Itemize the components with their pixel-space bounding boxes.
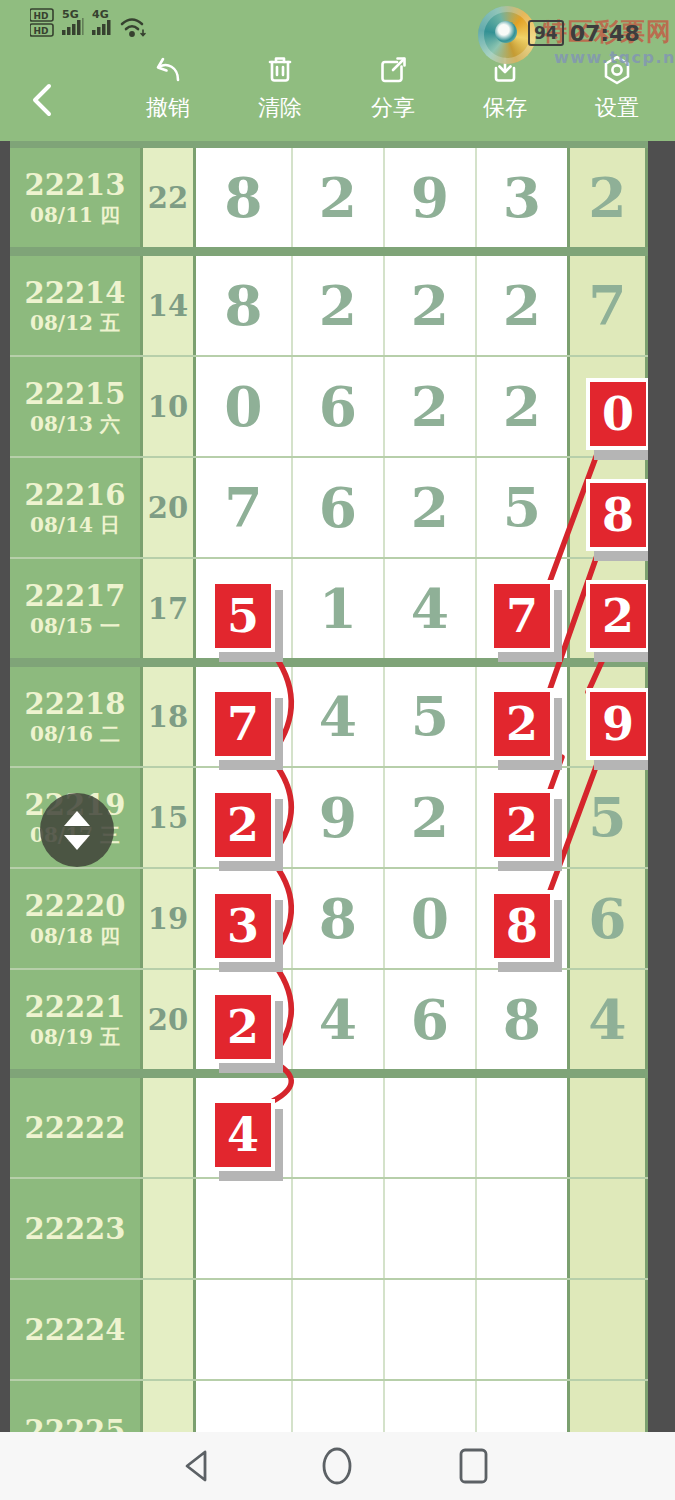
issue-cell: 2221308/11 四 [10,148,143,247]
digit-cell[interactable]: 8 [196,148,293,247]
sum-cell: 20 [143,458,196,557]
svg-text:HD: HD [34,11,49,21]
digit-cell[interactable]: 4 [293,970,385,1069]
draw-date: 08/15 一 [30,613,120,639]
issue-number: 22218 [25,687,126,721]
chart-row: 2222108/19 五204684 [10,970,648,1078]
digit-cell[interactable] [477,768,570,867]
save-icon [485,50,525,90]
draw-date: 08/18 四 [30,923,120,949]
page-gutter-left [0,141,10,1432]
chart-row: 2221608/14 日207625 [10,458,648,559]
undo-button[interactable]: 撤销 [123,50,213,120]
issue-number: 22215 [25,377,126,411]
digit-cell[interactable]: 2 [570,148,648,247]
draw-date: 08/13 六 [30,411,120,437]
digit-cell[interactable]: 2 [385,768,477,867]
issue-number: 22213 [25,168,126,202]
draw-date: 08/11 四 [30,202,120,228]
digit-cell[interactable] [570,1078,648,1177]
scroll-down-icon [64,835,90,850]
scroll-up-icon [64,811,90,826]
chevron-left-icon [35,86,49,114]
sum-cell: 19 [143,869,196,968]
digit-cell[interactable]: 7 [570,256,648,355]
issue-cell: 2221408/12 五 [10,256,143,355]
app-screen: HD HD 5G 4G [0,0,675,1500]
digit-cell[interactable]: 2 [477,256,570,355]
sum-cell [143,1078,196,1177]
nav-home-button[interactable] [315,1444,359,1488]
digit-cell[interactable] [196,1179,293,1278]
digit-cell[interactable] [477,559,570,658]
digit-cell[interactable]: 3 [477,148,570,247]
digit-cell[interactable] [477,1179,570,1278]
digit-cell[interactable] [293,1179,385,1278]
digit-cell[interactable] [570,1280,648,1379]
status-bar: HD HD 5G 4G [0,0,675,40]
chart-row: 2221508/13 六100622 [10,357,648,458]
digit-cell[interactable]: 2 [293,256,385,355]
chart-row: 2221708/15 一1714 [10,559,648,667]
issue-number: 22221 [25,990,126,1024]
clear-button[interactable]: 清除 [235,50,325,120]
digit-cell[interactable] [196,1381,293,1439]
toolbar-label: 设置 [595,96,639,120]
digit-cell[interactable]: 2 [385,458,477,557]
sum-cell [143,1381,196,1439]
digit-cell[interactable] [385,1078,477,1177]
digit-cell[interactable]: 0 [196,357,293,456]
wifi-icon [122,20,145,36]
issue-number: 22220 [25,889,126,923]
sum-cell: 17 [143,559,196,658]
digit-cell[interactable] [196,559,293,658]
digit-cell[interactable] [293,1280,385,1379]
digit-cell[interactable]: 4 [293,667,385,766]
toolbar-label: 分享 [371,96,415,120]
digit-cell[interactable]: 8 [477,970,570,1069]
digit-cell[interactable] [293,1381,385,1439]
digit-cell[interactable]: 9 [385,148,477,247]
digit-cell[interactable] [196,869,293,968]
sum-cell [143,1179,196,1278]
svg-text:HD: HD [34,26,49,36]
chart-row: 22225 [10,1381,648,1439]
chart-row: 2221308/11 四2282932 [10,148,648,256]
issue-cell: 2222008/18 四 [10,869,143,968]
digit-cell[interactable] [196,1280,293,1379]
issue-number: 22214 [25,276,126,310]
issue-number: 22216 [25,478,126,512]
chart-rows: 2221308/11 四22829322221408/12 五148222722… [10,148,648,1439]
digit-cell[interactable]: 8 [196,256,293,355]
digit-cell[interactable]: 6 [293,458,385,557]
chart-row: 22223 [10,1179,648,1280]
digit-cell[interactable] [385,1179,477,1278]
digit-cell[interactable] [570,667,648,766]
digit-cell[interactable]: 0 [385,869,477,968]
issue-cell: 2221708/15 一 [10,559,143,658]
sum-cell: 10 [143,357,196,456]
page-gutter-right [648,141,675,1432]
digit-cell[interactable] [196,768,293,867]
undo-icon [148,50,188,90]
android-nav-bar [0,1432,675,1500]
digit-cell[interactable] [570,357,648,456]
issue-number: 22217 [25,579,126,613]
digit-cell[interactable]: 2 [385,256,477,355]
issue-number: 22222 [25,1111,126,1145]
svg-text:4G: 4G [92,8,109,21]
digit-cell[interactable] [570,1179,648,1278]
sum-cell [143,1280,196,1379]
digit-cell[interactable]: 6 [385,970,477,1069]
save-button[interactable]: 保存 [460,50,550,120]
sum-cell: 22 [143,148,196,247]
issue-cell: 2221808/16 二 [10,667,143,766]
digit-cell[interactable]: 6 [293,357,385,456]
sum-cell: 20 [143,970,196,1069]
digit-cell[interactable] [477,1381,570,1439]
trend-chart: 2221308/11 四22829322221408/12 五148222722… [10,141,648,1439]
issue-number: 22223 [25,1212,126,1246]
settings-icon [597,50,637,90]
chart-row: 22224 [10,1280,648,1381]
digit-cell[interactable] [477,1280,570,1379]
digit-cell[interactable]: 1 [293,559,385,658]
digit-cell[interactable] [477,869,570,968]
battery-time: 94 07:48 [528,20,640,46]
digit-cell[interactable]: 5 [570,768,648,867]
digit-cell[interactable] [477,1078,570,1177]
digit-cell[interactable] [385,1381,477,1439]
toolbar-label: 保存 [483,96,527,120]
digit-cell[interactable]: 2 [293,148,385,247]
share-button[interactable]: 分享 [348,50,438,120]
chart-row: 2221808/16 二1845 [10,667,648,768]
settings-button[interactable]: 设置 [572,50,662,120]
toolbar-label: 撤销 [146,96,190,120]
sum-cell: 18 [143,667,196,766]
draw-date: 08/16 二 [30,721,120,747]
issue-cell: 2222108/19 五 [10,970,143,1069]
toolbar-label: 清除 [258,96,302,120]
issue-cell: 22222 [10,1078,143,1177]
share-icon [373,50,413,90]
digit-cell[interactable]: 4 [385,559,477,658]
digit-cell[interactable]: 9 [293,768,385,867]
digit-cell[interactable]: 8 [293,869,385,968]
nav-back-button[interactable] [176,1444,220,1488]
battery-icon: 94 [528,20,564,46]
nav-recents-button[interactable] [452,1444,496,1488]
digit-cell[interactable] [196,1078,293,1177]
digit-cell[interactable]: 7 [196,458,293,557]
digit-cell[interactable] [477,667,570,766]
sum-cell: 15 [143,768,196,867]
back-button[interactable] [22,78,66,122]
digit-cell[interactable]: 4 [570,970,648,1069]
digit-cell[interactable] [570,1381,648,1439]
sum-cell: 14 [143,256,196,355]
chart-row: 2221408/12 五1482227 [10,256,648,357]
chart-row: 22222 [10,1078,648,1179]
draw-date: 08/14 日 [30,512,120,538]
digit-cell[interactable]: 2 [477,357,570,456]
draw-date: 08/19 五 [30,1024,120,1050]
issue-number: 22224 [25,1313,126,1347]
scroll-handle-fab[interactable] [40,793,114,867]
digit-cell[interactable]: 5 [385,667,477,766]
svg-text:5G: 5G [62,8,79,21]
digit-cell[interactable]: 2 [385,357,477,456]
digit-cell[interactable] [385,1280,477,1379]
issue-cell: 2221608/14 日 [10,458,143,557]
digit-cell[interactable]: 6 [570,869,648,968]
digit-cell[interactable] [570,458,648,557]
clear-icon [260,50,300,90]
digit-cell[interactable] [196,667,293,766]
issue-cell: 22224 [10,1280,143,1379]
chart-row: 2222008/18 四19806 [10,869,648,970]
digit-cell[interactable]: 5 [477,458,570,557]
issue-cell: 22225 [10,1381,143,1439]
issue-cell: 2221508/13 六 [10,357,143,456]
draw-date: 08/12 五 [30,310,120,336]
digit-cell[interactable] [570,559,648,658]
digit-cell[interactable] [196,970,293,1069]
digit-cell[interactable] [293,1078,385,1177]
issue-cell: 22223 [10,1179,143,1278]
toolbar: 撤销清除分享保存设置 [0,38,675,141]
clock-text: 07:48 [570,21,640,46]
